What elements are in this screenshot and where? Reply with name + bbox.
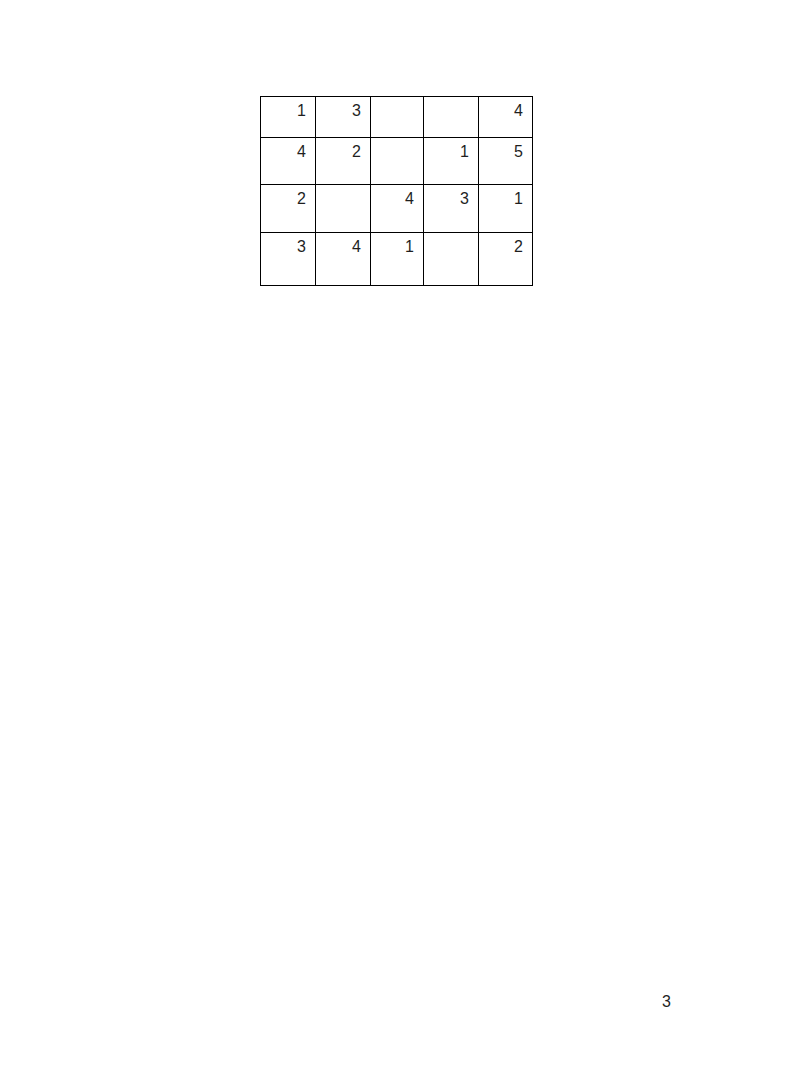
page-number: 3: [662, 993, 671, 1011]
grid-cell-r3c1: 2: [261, 185, 316, 233]
grid-cell-r1c1: 1: [261, 97, 316, 138]
grid-cell-r1c4: [424, 97, 479, 138]
grid-cell-r2c1: 4: [261, 138, 316, 185]
grid-cell-r1c5: 4: [479, 97, 533, 138]
grid-cell-r4c5: 2: [479, 233, 533, 286]
grid-cell-r1c2: 3: [316, 97, 371, 138]
grid-cell-r4c3: 1: [371, 233, 424, 286]
grid-cell-r3c5: 1: [479, 185, 533, 233]
grid-cell-r3c3: 4: [371, 185, 424, 233]
grid-cell-r2c3: [371, 138, 424, 185]
puzzle-grid: 134421524313412: [260, 96, 533, 286]
grid-cell-r4c4: [424, 233, 479, 286]
grid-cell-r2c4: 1: [424, 138, 479, 185]
grid-cell-r4c2: 4: [316, 233, 371, 286]
document-page: 134421524313412 3: [0, 0, 793, 1077]
grid-cell-r3c2: [316, 185, 371, 233]
grid-cell-r2c2: 2: [316, 138, 371, 185]
grid-cell-r4c1: 3: [261, 233, 316, 286]
grid-cell-r2c5: 5: [479, 138, 533, 185]
grid-cell-r1c3: [371, 97, 424, 138]
grid-cell-r3c4: 3: [424, 185, 479, 233]
